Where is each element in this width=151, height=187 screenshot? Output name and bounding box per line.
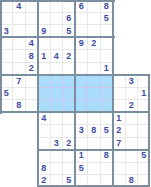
cell-r8c6[interactable] <box>75 100 88 112</box>
cell-r8c5[interactable] <box>63 100 76 112</box>
cell-r7c9[interactable] <box>113 87 126 99</box>
cell-r11c10[interactable] <box>125 137 138 149</box>
cell-r1c5[interactable]: 6 <box>63 12 76 24</box>
cell-r12c4[interactable] <box>50 150 63 162</box>
cell-r14c6[interactable] <box>75 175 88 187</box>
cell-r7c7[interactable] <box>88 87 101 99</box>
cell-r12c3[interactable] <box>38 150 51 162</box>
cell-r14c9[interactable] <box>113 175 126 187</box>
cell-r6c11[interactable] <box>138 75 151 87</box>
cell-r12c8[interactable]: 8 <box>100 150 113 162</box>
cell-r3c2[interactable]: 4 <box>25 37 38 49</box>
cell-r3c8[interactable] <box>100 37 113 49</box>
cell-r7c8[interactable] <box>100 87 113 99</box>
cell-r0c3[interactable] <box>38 0 51 12</box>
cell-r1c0[interactable] <box>0 12 13 24</box>
cell-r9c3[interactable]: 4 <box>38 112 51 124</box>
cell-r1c8[interactable]: 5 <box>100 12 113 24</box>
cell-r11c5[interactable]: 2 <box>63 137 76 149</box>
cell-r2c8[interactable] <box>100 25 113 37</box>
cell-r6c1[interactable]: 7 <box>13 75 26 87</box>
cell-r8c11[interactable] <box>138 100 151 112</box>
cell-r12c9[interactable] <box>113 150 126 162</box>
cell-r6c9[interactable] <box>113 75 126 87</box>
cell-r5c0[interactable] <box>0 62 13 74</box>
cell-r11c7[interactable] <box>88 137 101 149</box>
cell-r8c8[interactable] <box>100 100 113 112</box>
cell-r6c10[interactable]: 3 <box>125 75 138 87</box>
cell-r13c3[interactable]: 8 <box>38 162 51 174</box>
cell-r0c4[interactable] <box>50 0 63 12</box>
cell-r12c11[interactable]: 5 <box>138 150 151 162</box>
cell-r0c2[interactable] <box>25 0 38 12</box>
cell-r13c10[interactable] <box>125 162 138 174</box>
cell-r12c5[interactable] <box>63 150 76 162</box>
cell-r6c6[interactable] <box>75 75 88 87</box>
cell-r3c3[interactable] <box>38 37 51 49</box>
cell-r7c0[interactable]: 5 <box>0 87 13 99</box>
cell-r13c8[interactable] <box>100 162 113 174</box>
cell-r9c8[interactable] <box>100 112 113 124</box>
cell-r9c4[interactable] <box>50 112 63 124</box>
cell-r7c6[interactable] <box>75 87 88 99</box>
cell-r9c7[interactable] <box>88 112 101 124</box>
cell-r2c4[interactable] <box>50 25 63 37</box>
cell-r8c0[interactable] <box>0 100 13 112</box>
cell-r14c11[interactable] <box>138 175 151 187</box>
cell-r9c11[interactable] <box>138 112 151 124</box>
cell-r9c10[interactable] <box>125 112 138 124</box>
cell-r5c6[interactable] <box>75 62 88 74</box>
cell-r14c8[interactable] <box>100 175 113 187</box>
cell-r7c1[interactable] <box>13 87 26 99</box>
cell-r7c5[interactable] <box>63 87 76 99</box>
cell-r11c8[interactable] <box>100 137 113 149</box>
cell-r0c8[interactable]: 8 <box>100 0 113 12</box>
cell-r8c3[interactable] <box>38 100 51 112</box>
cell-r14c5[interactable]: 5 <box>63 175 76 187</box>
cell-r3c4[interactable] <box>50 37 63 49</box>
cell-r10c6[interactable]: 3 <box>75 125 88 137</box>
cell-r7c4[interactable] <box>50 87 63 99</box>
cell-r6c0[interactable] <box>0 75 13 87</box>
cell-r11c9[interactable]: 7 <box>113 137 126 149</box>
cell-r4c7[interactable] <box>88 50 101 62</box>
cell-r5c7[interactable] <box>88 62 101 74</box>
cell-r4c6[interactable] <box>75 50 88 62</box>
cell-r0c6[interactable]: 6 <box>75 0 88 12</box>
cell-r9c6[interactable] <box>75 112 88 124</box>
cell-r7c10[interactable] <box>125 87 138 99</box>
cell-r8c10[interactable]: 2 <box>125 100 138 112</box>
cell-r10c11[interactable] <box>138 125 151 137</box>
cell-r2c6[interactable] <box>75 25 88 37</box>
cell-r2c0[interactable]: 3 <box>0 25 13 37</box>
cell-r8c7[interactable] <box>88 100 101 112</box>
cell-r0c5[interactable] <box>63 0 76 12</box>
cell-r13c9[interactable] <box>113 162 126 174</box>
cell-r12c7[interactable] <box>88 150 101 162</box>
cell-r10c3[interactable] <box>38 125 51 137</box>
cell-r14c7[interactable] <box>88 175 101 187</box>
cell-r11c11[interactable] <box>138 137 151 149</box>
cell-r14c3[interactable]: 2 <box>38 175 51 187</box>
cell-r10c7[interactable]: 8 <box>88 125 101 137</box>
cell-r1c2[interactable] <box>25 12 38 24</box>
cell-r9c9[interactable]: 1 <box>113 112 126 124</box>
cell-r5c8[interactable]: 1 <box>100 62 113 74</box>
cell-r4c4[interactable]: 4 <box>50 50 63 62</box>
cell-r3c6[interactable]: 9 <box>75 37 88 49</box>
cell-r8c9[interactable] <box>113 100 126 112</box>
cell-r4c0[interactable] <box>0 50 13 62</box>
cell-r4c1[interactable] <box>13 50 26 62</box>
cell-r14c4[interactable] <box>50 175 63 187</box>
cell-r5c2[interactable]: 2 <box>25 62 38 74</box>
cell-r13c5[interactable] <box>63 162 76 174</box>
cell-r1c3[interactable] <box>38 12 51 24</box>
cell-r3c1[interactable] <box>13 37 26 49</box>
cell-r6c2[interactable] <box>25 75 38 87</box>
cell-r6c3[interactable] <box>38 75 51 87</box>
cell-r0c7[interactable] <box>88 0 101 12</box>
cell-r6c8[interactable] <box>100 75 113 87</box>
cell-r1c1[interactable] <box>13 12 26 24</box>
cell-r11c4[interactable]: 3 <box>50 137 63 149</box>
cell-r8c2[interactable] <box>25 100 38 112</box>
cell-r10c4[interactable] <box>50 125 63 137</box>
cell-r1c6[interactable] <box>75 12 88 24</box>
cell-r7c2[interactable] <box>25 87 38 99</box>
cell-r10c9[interactable]: 2 <box>113 125 126 137</box>
cell-r4c8[interactable] <box>100 50 113 62</box>
cell-r5c3[interactable] <box>38 62 51 74</box>
cell-r1c7[interactable] <box>88 12 101 24</box>
cell-r3c0[interactable] <box>0 37 13 49</box>
cell-r2c3[interactable]: 9 <box>38 25 51 37</box>
cell-r0c0[interactable] <box>0 0 13 12</box>
cell-r11c6[interactable] <box>75 137 88 149</box>
cell-r6c5[interactable] <box>63 75 76 87</box>
cell-r0c1[interactable]: 4 <box>13 0 26 12</box>
cell-r13c6[interactable]: 5 <box>75 162 88 174</box>
cell-r7c11[interactable]: 1 <box>138 87 151 99</box>
cell-r4c3[interactable]: 1 <box>38 50 51 62</box>
cell-r10c10[interactable] <box>125 125 138 137</box>
cell-r13c4[interactable] <box>50 162 63 174</box>
cell-r13c7[interactable] <box>88 162 101 174</box>
cell-r2c2[interactable] <box>25 25 38 37</box>
cell-r11c3[interactable] <box>38 137 51 149</box>
cell-r13c11[interactable] <box>138 162 151 174</box>
cell-r5c5[interactable] <box>63 62 76 74</box>
cell-r9c5[interactable] <box>63 112 76 124</box>
cell-r12c6[interactable]: 1 <box>75 150 88 162</box>
cell-r12c10[interactable] <box>125 150 138 162</box>
cell-r3c7[interactable]: 2 <box>88 37 101 49</box>
cell-r2c7[interactable] <box>88 25 101 37</box>
cell-r4c5[interactable]: 2 <box>63 50 76 62</box>
cell-r6c4[interactable] <box>50 75 63 87</box>
cell-r14c10[interactable]: 8 <box>125 175 138 187</box>
cell-r3c5[interactable] <box>63 37 76 49</box>
cell-r10c5[interactable] <box>63 125 76 137</box>
cell-r6c7[interactable] <box>88 75 101 87</box>
cell-r8c1[interactable]: 8 <box>13 100 26 112</box>
cell-r4c2[interactable]: 8 <box>25 50 38 62</box>
cell-r2c1[interactable] <box>13 25 26 37</box>
sudoku-board: 4686539549281422173518241385232718585258 <box>0 0 150 187</box>
cell-r7c3[interactable] <box>38 87 51 99</box>
cell-r10c8[interactable]: 5 <box>100 125 113 137</box>
cell-r8c4[interactable] <box>50 100 63 112</box>
cell-r5c1[interactable] <box>13 62 26 74</box>
cell-r1c4[interactable] <box>50 12 63 24</box>
cell-r2c5[interactable]: 5 <box>63 25 76 37</box>
cell-r5c4[interactable] <box>50 62 63 74</box>
